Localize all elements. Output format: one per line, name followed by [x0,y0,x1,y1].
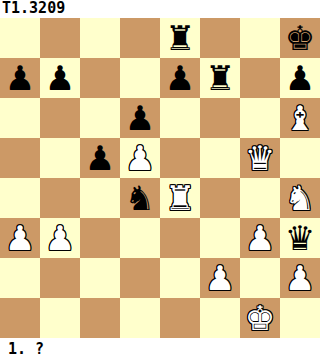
square-h5[interactable] [280,138,320,178]
square-a8[interactable] [0,18,40,58]
square-a5[interactable] [0,138,40,178]
square-g5[interactable]: ♛ [240,138,280,178]
square-e3[interactable] [160,218,200,258]
square-b1[interactable] [40,298,80,338]
piece-white-queen: ♛ [245,138,275,178]
square-e6[interactable] [160,98,200,138]
square-g8[interactable] [240,18,280,58]
move-prompt: 1. ? [0,338,320,360]
square-d2[interactable] [120,258,160,298]
piece-black-pawn: ♟ [85,138,115,178]
square-h7[interactable]: ♟ [280,58,320,98]
piece-black-rook: ♜ [165,18,195,58]
square-a3[interactable]: ♟ [0,218,40,258]
piece-white-pawn: ♟ [245,218,275,258]
square-f6[interactable] [200,98,240,138]
square-b3[interactable]: ♟ [40,218,80,258]
piece-white-pawn: ♟ [45,218,75,258]
square-f7[interactable]: ♜ [200,58,240,98]
square-a6[interactable] [0,98,40,138]
square-h3[interactable]: ♛ [280,218,320,258]
chess-board: ♜♚♟♟♟♜♟♟♝♟♟♛♞♜♞♟♟♟♛♟♟♚ [0,18,320,338]
square-b8[interactable] [40,18,80,58]
square-g7[interactable] [240,58,280,98]
square-e4[interactable]: ♜ [160,178,200,218]
square-e8[interactable]: ♜ [160,18,200,58]
square-d7[interactable] [120,58,160,98]
square-b7[interactable]: ♟ [40,58,80,98]
square-g2[interactable] [240,258,280,298]
square-c5[interactable]: ♟ [80,138,120,178]
square-b5[interactable] [40,138,80,178]
square-g3[interactable]: ♟ [240,218,280,258]
piece-black-king: ♚ [285,18,315,58]
square-d1[interactable] [120,298,160,338]
square-a2[interactable] [0,258,40,298]
square-d4[interactable]: ♞ [120,178,160,218]
piece-white-king: ♚ [245,298,275,338]
square-h6[interactable]: ♝ [280,98,320,138]
piece-white-knight: ♞ [285,178,315,218]
square-c4[interactable] [80,178,120,218]
square-g1[interactable]: ♚ [240,298,280,338]
square-f3[interactable] [200,218,240,258]
square-h8[interactable]: ♚ [280,18,320,58]
piece-white-pawn: ♟ [285,258,315,298]
piece-white-pawn: ♟ [205,258,235,298]
square-f1[interactable] [200,298,240,338]
square-h4[interactable]: ♞ [280,178,320,218]
square-c3[interactable] [80,218,120,258]
square-f8[interactable] [200,18,240,58]
square-c2[interactable] [80,258,120,298]
piece-white-pawn: ♟ [5,218,35,258]
square-f4[interactable] [200,178,240,218]
square-e7[interactable]: ♟ [160,58,200,98]
square-a4[interactable] [0,178,40,218]
piece-black-knight: ♞ [125,178,155,218]
square-e2[interactable] [160,258,200,298]
square-b4[interactable] [40,178,80,218]
square-e5[interactable] [160,138,200,178]
piece-white-pawn: ♟ [125,138,155,178]
piece-black-queen: ♛ [285,218,315,258]
piece-black-rook: ♜ [205,58,235,98]
square-d6[interactable]: ♟ [120,98,160,138]
square-f5[interactable] [200,138,240,178]
square-c6[interactable] [80,98,120,138]
square-b2[interactable] [40,258,80,298]
piece-black-pawn: ♟ [285,58,315,98]
square-a1[interactable] [0,298,40,338]
square-g6[interactable] [240,98,280,138]
square-c7[interactable] [80,58,120,98]
piece-white-bishop: ♝ [285,98,315,138]
square-d8[interactable] [120,18,160,58]
chess-puzzle-page: T1.3209 ♜♚♟♟♟♜♟♟♝♟♟♛♞♜♞♟♟♟♛♟♟♚ 1. ? [0,0,320,360]
square-c8[interactable] [80,18,120,58]
square-d3[interactable] [120,218,160,258]
square-a7[interactable]: ♟ [0,58,40,98]
piece-black-pawn: ♟ [45,58,75,98]
piece-black-pawn: ♟ [165,58,195,98]
square-h2[interactable]: ♟ [280,258,320,298]
square-b6[interactable] [40,98,80,138]
puzzle-id-label: T1.3209 [0,0,320,18]
square-f2[interactable]: ♟ [200,258,240,298]
square-c1[interactable] [80,298,120,338]
square-h1[interactable] [280,298,320,338]
square-g4[interactable] [240,178,280,218]
piece-black-pawn: ♟ [5,58,35,98]
piece-white-rook: ♜ [165,178,195,218]
piece-black-pawn: ♟ [125,98,155,138]
square-e1[interactable] [160,298,200,338]
square-d5[interactable]: ♟ [120,138,160,178]
